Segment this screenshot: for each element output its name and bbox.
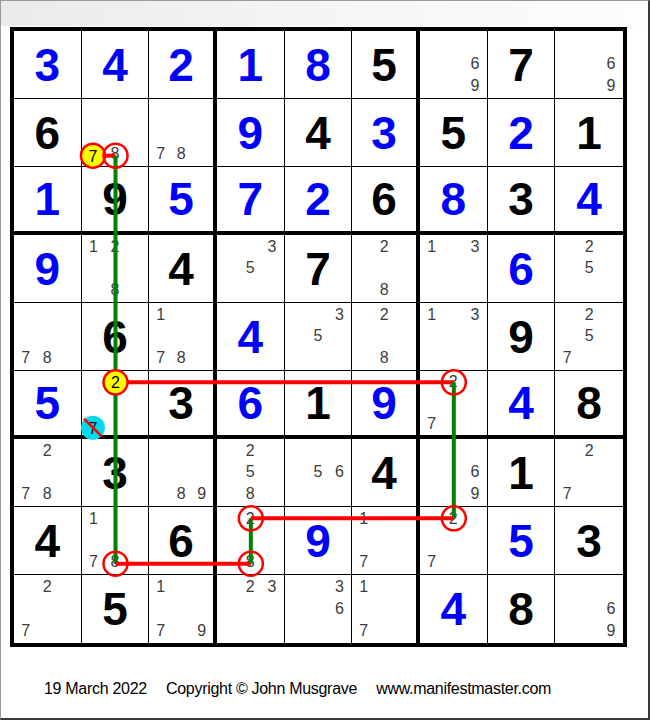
footer-date: 19 March 2022 <box>44 680 147 697</box>
cell-r5c7[interactable]: 13 <box>420 303 488 371</box>
pencil-slot <box>394 304 415 326</box>
pencil-slot <box>126 100 148 122</box>
cell-r2c4[interactable]: 9 <box>217 99 285 167</box>
pencil-slot <box>171 620 192 642</box>
pencil-slot <box>37 326 59 348</box>
footer: 19 March 2022 Copyright © John Musgrave … <box>44 680 551 698</box>
pencil-mark-6: 6 <box>329 598 351 620</box>
pencil-mark-6: 6 <box>464 54 486 76</box>
pencil-slot <box>600 32 622 54</box>
pencil-slot <box>374 530 395 552</box>
pencil-slot <box>421 347 443 369</box>
pencil-slot <box>240 236 262 258</box>
pencil-mark-2: 2 <box>443 372 465 393</box>
pencil-mark-3: 3 <box>329 304 351 326</box>
big-digit: 2 <box>305 176 331 222</box>
cell-r3c2[interactable]: 9 <box>82 167 150 235</box>
pencil-slot <box>578 576 600 598</box>
pencil-marks: 78 <box>83 100 148 165</box>
pencil-mark-1: 1 <box>150 576 171 598</box>
pencil-slot <box>240 620 262 642</box>
cell-r2c8[interactable]: 2 <box>488 99 556 167</box>
pencil-mark-2: 2 <box>104 236 126 258</box>
pencil-slot <box>464 551 486 573</box>
pencil-marks: 13 <box>421 304 486 369</box>
big-digit: 2 <box>508 110 534 156</box>
big-digit: 1 <box>238 42 264 88</box>
pencil-slot <box>240 530 262 552</box>
big-digit: 3 <box>371 110 397 156</box>
cell-r4c8[interactable]: 6 <box>488 235 556 303</box>
big-digit: 4 <box>35 518 61 564</box>
pencil-slot <box>421 440 443 462</box>
pencil-slot <box>464 393 486 414</box>
cell-r6c3[interactable]: 3 <box>149 371 217 439</box>
pencil-slot <box>15 598 37 620</box>
pencil-slot <box>261 279 283 301</box>
pencil-mark-9: 9 <box>464 75 486 97</box>
cell-r4c1[interactable]: 9 <box>14 235 82 303</box>
big-digit: 8 <box>508 586 534 632</box>
big-digit: 8 <box>576 380 602 426</box>
pencil-marks: 27 <box>421 372 486 434</box>
pencil-marks: 17 <box>353 576 415 642</box>
cell-r5c9[interactable]: 257 <box>555 303 623 371</box>
pencil-mark-2: 2 <box>578 236 600 258</box>
pencil-slot <box>150 326 171 348</box>
cell-r4c9[interactable]: 25 <box>555 235 623 303</box>
pencil-marks: 36 <box>286 576 351 642</box>
pencil-slot <box>556 304 578 326</box>
cell-r3c5[interactable]: 2 <box>285 167 353 235</box>
pencil-slot <box>556 462 578 484</box>
pencil-slot <box>261 258 283 280</box>
pencil-mark-8: 8 <box>37 483 59 505</box>
pencil-slot <box>126 551 148 573</box>
pencil-slot <box>240 598 262 620</box>
pencil-slot <box>83 279 105 301</box>
pencil-slot <box>218 551 240 573</box>
cell-r7c8[interactable]: 1 <box>488 439 556 507</box>
pencil-slot <box>578 483 600 505</box>
pencil-mark-5: 5 <box>578 326 600 348</box>
pencil-slot <box>218 598 240 620</box>
cell-r3c3[interactable]: 5 <box>149 167 217 235</box>
pencil-slot <box>240 279 262 301</box>
header-band <box>1 1 648 26</box>
big-digit: 6 <box>102 314 128 360</box>
pencil-slot <box>191 598 212 620</box>
big-digit: 3 <box>508 176 534 222</box>
pencil-mark-2: 2 <box>240 508 262 530</box>
pencil-slot <box>218 258 240 280</box>
big-digit: 4 <box>102 42 128 88</box>
cell-r5c2[interactable]: 6 <box>82 303 150 371</box>
cell-r6c7[interactable]: 27 <box>420 371 488 439</box>
cell-r5c4[interactable]: 4 <box>217 303 285 371</box>
pencil-mark-9: 9 <box>191 620 212 642</box>
cell-r1c7[interactable]: 69 <box>420 31 488 99</box>
pencil-slot <box>464 279 486 301</box>
pencil-slot <box>329 347 351 369</box>
pencil-slot <box>394 326 415 348</box>
pencil-marks: 13 <box>421 236 486 301</box>
pencil-slot <box>421 279 443 301</box>
pencil-slot <box>353 304 374 326</box>
pencil-slot <box>329 620 351 642</box>
cell-r1c9[interactable]: 69 <box>555 31 623 99</box>
pencil-slot <box>218 576 240 598</box>
pencil-mark-1: 1 <box>421 236 443 258</box>
pencil-slot <box>556 620 578 642</box>
pencil-slot <box>171 122 192 144</box>
cell-r2c9[interactable]: 1 <box>555 99 623 167</box>
pencil-mark-7: 7 <box>150 347 171 369</box>
pencil-slot <box>600 576 622 598</box>
pencil-slot <box>307 347 329 369</box>
pencil-slot <box>261 530 283 552</box>
pencil-slot <box>261 483 283 505</box>
pencil-slot <box>329 326 351 348</box>
pencil-marks: 27 <box>421 508 486 573</box>
pencil-slot <box>421 32 443 54</box>
pencil-slot <box>150 598 171 620</box>
pencil-slot <box>126 393 148 414</box>
pencil-slot <box>37 304 59 326</box>
cell-r8c9[interactable]: 3 <box>555 507 623 575</box>
cell-r8c4[interactable]: 28 <box>217 507 285 575</box>
pencil-slot <box>443 347 465 369</box>
pencil-slot <box>286 598 308 620</box>
cell-r7c2[interactable]: 3 <box>82 439 150 507</box>
pencil-slot <box>171 304 192 326</box>
pencil-slot <box>286 440 308 462</box>
pencil-slot <box>126 143 148 165</box>
pencil-slot <box>58 440 80 462</box>
cell-r3c4[interactable]: 7 <box>217 167 285 235</box>
pencil-slot <box>58 576 80 598</box>
pencil-marks: 178 <box>83 508 148 573</box>
pencil-slot <box>443 236 465 258</box>
big-digit: 4 <box>576 176 602 222</box>
pencil-slot <box>464 326 486 348</box>
pencil-slot <box>374 620 395 642</box>
big-digit: 9 <box>305 518 331 564</box>
pencil-slot <box>286 304 308 326</box>
pencil-slot <box>150 440 171 462</box>
big-digit: 9 <box>102 176 128 222</box>
cell-r6c5[interactable]: 1 <box>285 371 353 439</box>
big-digit: 1 <box>35 176 61 222</box>
pencil-slot <box>464 347 486 369</box>
pencil-slot <box>191 143 212 165</box>
pencil-slot <box>443 258 465 280</box>
pencil-marks: 69 <box>421 32 486 97</box>
pencil-slot <box>394 620 415 642</box>
pencil-slot <box>374 508 395 530</box>
pencil-slot <box>15 576 37 598</box>
cell-r6c8[interactable]: 4 <box>488 371 556 439</box>
cell-r7c6[interactable]: 4 <box>352 439 420 507</box>
cell-r9c6[interactable]: 17 <box>352 575 420 643</box>
pencil-slot <box>83 100 105 122</box>
cell-r9c8[interactable]: 8 <box>488 575 556 643</box>
cell-r9c3[interactable]: 179 <box>149 575 217 643</box>
cell-r5c8[interactable]: 9 <box>488 303 556 371</box>
pencil-slot <box>353 236 374 258</box>
pencil-mark-5: 5 <box>578 258 600 280</box>
cell-r5c5[interactable]: 35 <box>285 303 353 371</box>
pencil-slot <box>443 75 465 97</box>
big-digit: 7 <box>238 176 264 222</box>
pencil-slot <box>394 530 415 552</box>
pencil-mark-1: 1 <box>353 576 374 598</box>
pencil-slot <box>578 347 600 369</box>
big-digit: 7 <box>508 42 534 88</box>
cell-r8c3[interactable]: 6 <box>149 507 217 575</box>
cell-r9c2[interactable]: 5 <box>82 575 150 643</box>
pencil-slot <box>191 100 212 122</box>
cell-r8c2[interactable]: 178 <box>82 507 150 575</box>
pencil-slot <box>171 440 192 462</box>
big-digit: 5 <box>371 42 397 88</box>
cell-r8c6[interactable]: 17 <box>352 507 420 575</box>
pencil-slot <box>374 551 395 573</box>
pencil-slot <box>443 304 465 326</box>
pencil-marks: 69 <box>556 576 622 642</box>
big-digit: 2 <box>168 42 194 88</box>
pencil-slot <box>191 347 212 369</box>
big-digit: 6 <box>35 110 61 156</box>
big-digit: 5 <box>35 380 61 426</box>
pencil-mark-7: 7 <box>556 483 578 505</box>
cell-r3c7[interactable]: 8 <box>420 167 488 235</box>
big-digit: 4 <box>441 586 467 632</box>
pencil-marks: 178 <box>150 304 212 369</box>
pencil-slot <box>104 122 126 144</box>
cell-r3c8[interactable]: 3 <box>488 167 556 235</box>
cell-r5c1[interactable]: 78 <box>14 303 82 371</box>
cell-r9c5[interactable]: 36 <box>285 575 353 643</box>
cell-r1c5[interactable]: 8 <box>285 31 353 99</box>
big-digit: 6 <box>168 518 194 564</box>
pencil-slot <box>37 620 59 642</box>
cell-r6c2[interactable]: 27 <box>82 371 150 439</box>
pencil-slot <box>126 258 148 280</box>
pencil-slot <box>421 54 443 76</box>
big-digit: 5 <box>441 110 467 156</box>
pencil-slot <box>443 279 465 301</box>
pencil-mark-9: 9 <box>600 75 622 97</box>
pencil-slot <box>286 620 308 642</box>
cell-r7c1[interactable]: 278 <box>14 439 82 507</box>
cell-r7c9[interactable]: 27 <box>555 439 623 507</box>
cell-r4c3[interactable]: 4 <box>149 235 217 303</box>
pencil-mark-3: 3 <box>329 576 351 598</box>
pencil-slot <box>353 347 374 369</box>
pencil-marks: 89 <box>150 440 212 505</box>
pencil-slot <box>394 258 415 280</box>
pencil-slot <box>353 598 374 620</box>
pencil-slot <box>307 576 329 598</box>
pencil-mark-7: 7 <box>15 483 37 505</box>
pencil-marks: 56 <box>286 440 351 505</box>
cell-r1c3[interactable]: 2 <box>149 31 217 99</box>
sudoku-grid[interactable]: 3421856976967878943521195726834912843572… <box>10 27 627 647</box>
cell-r2c7[interactable]: 5 <box>420 99 488 167</box>
pencil-mark-7: 7 <box>421 413 443 434</box>
cell-r1c8[interactable]: 7 <box>488 31 556 99</box>
pencil-slot <box>464 32 486 54</box>
cell-r4c6[interactable]: 28 <box>352 235 420 303</box>
pencil-mark-2: 2 <box>240 576 262 598</box>
pencil-slot <box>329 440 351 462</box>
pencil-slot <box>443 462 465 484</box>
pencil-mark-1: 1 <box>150 304 171 326</box>
pencil-slot <box>353 279 374 301</box>
pencil-marks: 35 <box>286 304 351 369</box>
pencil-slot <box>261 598 283 620</box>
pencil-mark-8: 8 <box>104 279 126 301</box>
pencil-slot <box>191 576 212 598</box>
cell-r7c5[interactable]: 56 <box>285 439 353 507</box>
pencil-mark-2: 2 <box>37 440 59 462</box>
cell-r6c6[interactable]: 9 <box>352 371 420 439</box>
cell-r5c3[interactable]: 178 <box>149 303 217 371</box>
pencil-slot <box>443 483 465 505</box>
cell-r1c2[interactable]: 4 <box>82 31 150 99</box>
cell-r4c7[interactable]: 13 <box>420 235 488 303</box>
cell-r2c6[interactable]: 3 <box>352 99 420 167</box>
pencil-slot <box>126 530 148 552</box>
cell-r7c3[interactable]: 89 <box>149 439 217 507</box>
cell-r9c9[interactable]: 69 <box>555 575 623 643</box>
cell-r4c5[interactable]: 7 <box>285 235 353 303</box>
cell-r3c6[interactable]: 6 <box>352 167 420 235</box>
big-digit: 8 <box>305 42 331 88</box>
pencil-slot <box>58 304 80 326</box>
big-digit: 3 <box>168 380 194 426</box>
pencil-slot <box>394 551 415 573</box>
cell-r5c6[interactable]: 28 <box>352 303 420 371</box>
pencil-slot <box>600 279 622 301</box>
cell-r6c4[interactable]: 6 <box>217 371 285 439</box>
pencil-slot <box>600 462 622 484</box>
cell-r9c1[interactable]: 27 <box>14 575 82 643</box>
pencil-slot <box>218 508 240 530</box>
pencil-slot <box>556 32 578 54</box>
pencil-slot <box>600 347 622 369</box>
footer-copyright: Copyright © John Musgrave <box>166 680 357 697</box>
pencil-slot <box>394 576 415 598</box>
big-digit: 9 <box>238 110 264 156</box>
cell-r1c1[interactable]: 3 <box>14 31 82 99</box>
cell-r7c7[interactable]: 69 <box>420 439 488 507</box>
pencil-slot <box>600 326 622 348</box>
cell-r2c3[interactable]: 78 <box>149 99 217 167</box>
pencil-mark-2: 2 <box>443 508 465 530</box>
pencil-slot <box>421 326 443 348</box>
pencil-slot <box>126 279 148 301</box>
cell-r3c1[interactable]: 1 <box>14 167 82 235</box>
pencil-slot <box>556 258 578 280</box>
pencil-marks: 69 <box>421 440 486 505</box>
big-digit: 5 <box>102 586 128 632</box>
pencil-mark-2: 2 <box>104 372 126 393</box>
big-digit: 8 <box>441 176 467 222</box>
pencil-slot <box>307 304 329 326</box>
pencil-slot <box>104 413 126 434</box>
cell-r8c5[interactable]: 9 <box>285 507 353 575</box>
big-digit: 5 <box>508 518 534 564</box>
pencil-mark-8: 8 <box>37 347 59 369</box>
cell-r2c5[interactable]: 4 <box>285 99 353 167</box>
big-digit: 1 <box>305 380 331 426</box>
pencil-slot <box>374 258 395 280</box>
pencil-slot <box>556 75 578 97</box>
pencil-slot <box>83 393 105 414</box>
pencil-slot <box>578 75 600 97</box>
pencil-slot <box>104 100 126 122</box>
pencil-marks: 27 <box>83 372 148 434</box>
cell-r8c1[interactable]: 4 <box>14 507 82 575</box>
pencil-mark-6: 6 <box>329 462 351 484</box>
cell-r9c7[interactable]: 4 <box>420 575 488 643</box>
cell-r7c4[interactable]: 258 <box>217 439 285 507</box>
pencil-mark-8: 8 <box>374 347 395 369</box>
pencil-slot <box>443 32 465 54</box>
pencil-mark-8: 8 <box>240 551 262 573</box>
cell-r2c1[interactable]: 6 <box>14 99 82 167</box>
pencil-slot <box>58 598 80 620</box>
pencil-slot <box>191 326 212 348</box>
footer-website: www.manifestmaster.com <box>376 680 551 697</box>
cell-r1c6[interactable]: 5 <box>352 31 420 99</box>
pencil-mark-1: 1 <box>421 304 443 326</box>
pencil-slot <box>353 258 374 280</box>
cell-r8c7[interactable]: 27 <box>420 507 488 575</box>
cell-r6c1[interactable]: 5 <box>14 371 82 439</box>
pencil-slot <box>83 258 105 280</box>
pencil-marks: 78 <box>150 100 212 165</box>
cell-r4c4[interactable]: 35 <box>217 235 285 303</box>
cell-r6c9[interactable]: 8 <box>555 371 623 439</box>
pencil-mark-5: 5 <box>307 462 329 484</box>
pencil-slot <box>421 483 443 505</box>
cell-r2c2[interactable]: 78 <box>82 99 150 167</box>
pencil-slot <box>421 372 443 393</box>
pencil-slot <box>171 326 192 348</box>
pencil-mark-6: 6 <box>600 54 622 76</box>
pencil-mark-6: 6 <box>464 462 486 484</box>
cell-r8c8[interactable]: 5 <box>488 507 556 575</box>
pencil-slot <box>83 122 105 144</box>
pencil-mark-3: 3 <box>464 236 486 258</box>
pencil-slot <box>58 326 80 348</box>
pencil-slot <box>37 462 59 484</box>
big-digit: 6 <box>508 246 534 292</box>
cell-r4c2[interactable]: 128 <box>82 235 150 303</box>
pencil-slot <box>394 236 415 258</box>
cell-r9c4[interactable]: 23 <box>217 575 285 643</box>
cell-r1c4[interactable]: 1 <box>217 31 285 99</box>
pencil-slot <box>15 326 37 348</box>
cell-r3c9[interactable]: 4 <box>555 167 623 235</box>
pencil-slot <box>464 440 486 462</box>
big-digit: 4 <box>168 246 194 292</box>
big-digit: 3 <box>102 450 128 496</box>
pencil-mark-7: 7 <box>353 551 374 573</box>
